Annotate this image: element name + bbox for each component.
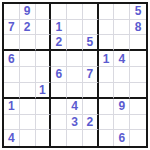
sudoku-cell[interactable]: 1: [4, 99, 20, 115]
sudoku-cell[interactable]: [130, 67, 146, 83]
sudoku-cell[interactable]: [36, 51, 52, 67]
sudoku-cell[interactable]: 1: [99, 51, 115, 67]
sudoku-cell[interactable]: 5: [130, 4, 146, 20]
sudoku-cell[interactable]: [99, 35, 115, 51]
sudoku-cell[interactable]: [67, 83, 83, 99]
sudoku-cell[interactable]: [130, 51, 146, 67]
sudoku-cell[interactable]: [130, 115, 146, 131]
sudoku-cell[interactable]: [4, 67, 20, 83]
sudoku-cell[interactable]: [51, 51, 67, 67]
sudoku-cell[interactable]: [99, 83, 115, 99]
sudoku-cell[interactable]: [83, 51, 99, 67]
sudoku-cell[interactable]: [36, 20, 52, 36]
sudoku-cell[interactable]: 7: [83, 67, 99, 83]
sudoku-cell[interactable]: 4: [4, 130, 20, 146]
sudoku-cell[interactable]: [20, 51, 36, 67]
sudoku-cell[interactable]: [36, 4, 52, 20]
sudoku-cell[interactable]: 2: [51, 35, 67, 51]
sudoku-cell[interactable]: [83, 99, 99, 115]
sudoku-cell[interactable]: [83, 130, 99, 146]
sudoku-cell[interactable]: 2: [20, 20, 36, 36]
sudoku-cell[interactable]: 2: [83, 115, 99, 131]
sudoku-cell[interactable]: [67, 67, 83, 83]
sudoku-cell[interactable]: [99, 67, 115, 83]
sudoku-cell[interactable]: [67, 4, 83, 20]
sudoku-cell[interactable]: [130, 130, 146, 146]
sudoku-cell[interactable]: 6: [114, 130, 130, 146]
sudoku-cell[interactable]: 3: [67, 115, 83, 131]
sudoku-cell[interactable]: 9: [114, 99, 130, 115]
sudoku-cell[interactable]: [36, 67, 52, 83]
sudoku-cell[interactable]: 5: [83, 35, 99, 51]
sudoku-cell[interactable]: [20, 99, 36, 115]
sudoku-cell[interactable]: [130, 99, 146, 115]
sudoku-cell[interactable]: [99, 20, 115, 36]
sudoku-cell[interactable]: [36, 99, 52, 115]
sudoku-cell[interactable]: [130, 35, 146, 51]
sudoku-cell[interactable]: [99, 130, 115, 146]
sudoku-cell[interactable]: [4, 115, 20, 131]
sudoku-cell[interactable]: [83, 20, 99, 36]
sudoku-cell[interactable]: [83, 4, 99, 20]
sudoku-cell[interactable]: 7: [4, 20, 20, 36]
sudoku-cell[interactable]: [20, 83, 36, 99]
sudoku-cell[interactable]: [4, 35, 20, 51]
sudoku-cell[interactable]: [114, 67, 130, 83]
sudoku-cell[interactable]: [67, 35, 83, 51]
sudoku-cell[interactable]: [130, 83, 146, 99]
sudoku-cell[interactable]: [83, 83, 99, 99]
sudoku-cell[interactable]: [51, 99, 67, 115]
sudoku-cell[interactable]: 6: [51, 67, 67, 83]
sudoku-board: 957218256146711493246: [2, 2, 148, 148]
sudoku-cell[interactable]: [67, 130, 83, 146]
sudoku-cell[interactable]: [51, 4, 67, 20]
sudoku-cell[interactable]: [99, 4, 115, 20]
sudoku-cell[interactable]: 8: [130, 20, 146, 36]
sudoku-cell[interactable]: [20, 35, 36, 51]
sudoku-cell[interactable]: [20, 115, 36, 131]
sudoku-cell[interactable]: [114, 115, 130, 131]
sudoku-cell[interactable]: [114, 4, 130, 20]
sudoku-cell[interactable]: [51, 83, 67, 99]
sudoku-cell[interactable]: 1: [36, 83, 52, 99]
sudoku-cell[interactable]: 1: [51, 20, 67, 36]
sudoku-cell[interactable]: [67, 51, 83, 67]
sudoku-cell[interactable]: [99, 99, 115, 115]
sudoku-cell[interactable]: [4, 4, 20, 20]
sudoku-cell[interactable]: [114, 83, 130, 99]
sudoku-cell[interactable]: [36, 115, 52, 131]
sudoku-cell[interactable]: [20, 130, 36, 146]
sudoku-cell[interactable]: [4, 83, 20, 99]
sudoku-cell[interactable]: [114, 35, 130, 51]
sudoku-cell[interactable]: [51, 130, 67, 146]
sudoku-cell[interactable]: [51, 115, 67, 131]
sudoku-cell[interactable]: [36, 35, 52, 51]
sudoku-cell[interactable]: 9: [20, 4, 36, 20]
sudoku-cell[interactable]: [36, 130, 52, 146]
sudoku-cell[interactable]: [114, 20, 130, 36]
sudoku-cell[interactable]: [67, 20, 83, 36]
sudoku-cell[interactable]: 6: [4, 51, 20, 67]
sudoku-cell[interactable]: [99, 115, 115, 131]
sudoku-cell[interactable]: 4: [67, 99, 83, 115]
sudoku-cell[interactable]: 4: [114, 51, 130, 67]
sudoku-cell[interactable]: [20, 67, 36, 83]
